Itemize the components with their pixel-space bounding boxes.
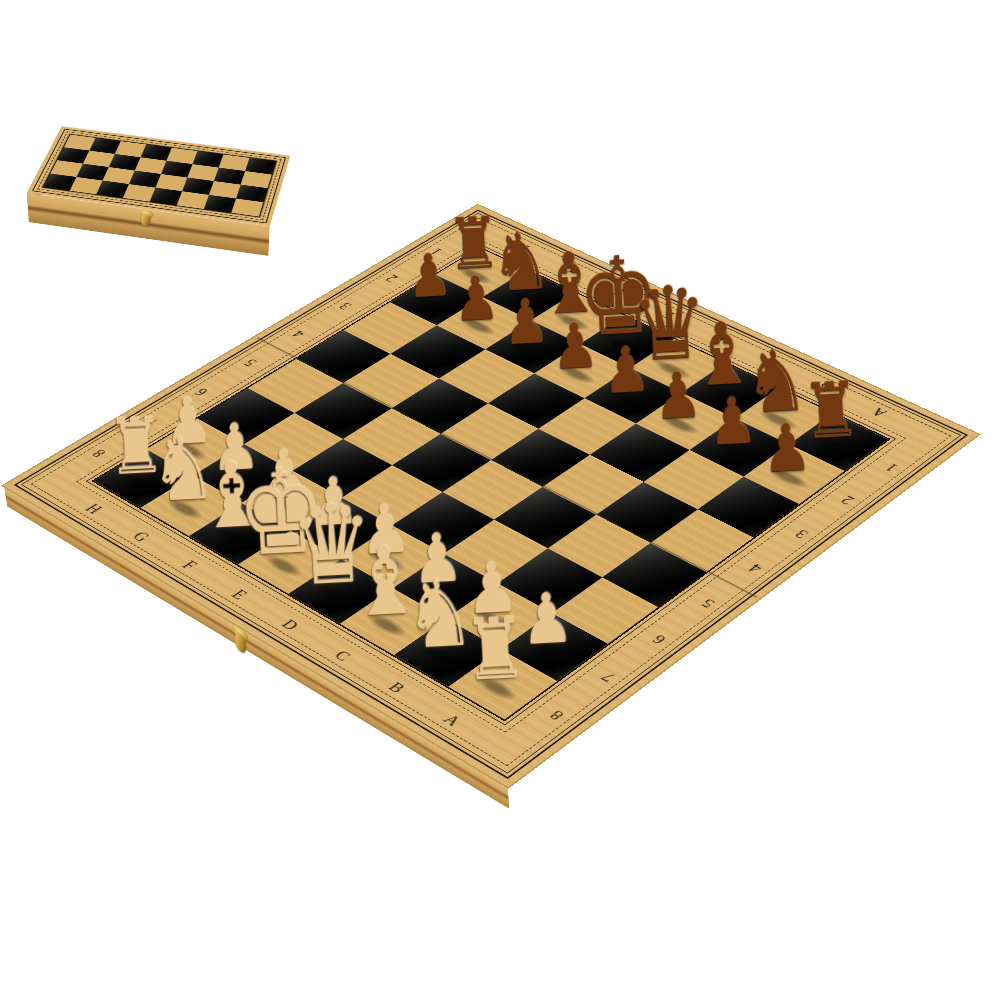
file-label-near-C: C — [330, 648, 355, 664]
rank-label-right-4: 4 — [745, 561, 766, 575]
rank-label-right-6: 6 — [648, 632, 670, 647]
inset-square — [177, 191, 209, 209]
piece-white-rook: ♜ — [461, 607, 528, 694]
piece-white-pawn: ♟ — [519, 583, 575, 655]
rank-label-left-2: 2 — [382, 273, 401, 284]
rank-label-right-7: 7 — [598, 669, 621, 684]
file-label-near-E: E — [227, 587, 251, 602]
inset-square — [76, 164, 108, 181]
inset-square — [236, 185, 268, 203]
piece-black-pawn: ♟ — [550, 314, 600, 378]
file-label-near-H: H — [81, 502, 106, 517]
rank-label-left-3: 3 — [336, 300, 356, 311]
inset-square — [129, 171, 161, 188]
piece-black-pawn: ♟ — [653, 363, 704, 429]
piece-black-pawn: ♟ — [405, 245, 453, 307]
inset-square — [96, 181, 129, 198]
folded-box — [27, 126, 291, 226]
inset-square — [187, 164, 218, 181]
piece-black-pawn: ♟ — [601, 338, 651, 403]
product-photo: ♜♞♝♚♛♝♞♜♟♟♟♟♟♟♟♟♟♟♟♟♟♟♟♟♜♞♝♚♛♝♞♜ HGFEDCB… — [0, 0, 1000, 1000]
rank-label-right-5: 5 — [697, 596, 719, 611]
inset-square — [43, 173, 76, 190]
piece-black-pawn: ♟ — [501, 290, 550, 353]
piece-black-pawn: ♟ — [761, 414, 813, 481]
square-a1: ♜ — [448, 649, 557, 719]
rank-label-right-3: 3 — [792, 527, 813, 541]
piece-black-pawn: ♟ — [706, 388, 758, 455]
rank-label-left-4: 4 — [289, 328, 309, 340]
inset-square — [123, 184, 156, 202]
chess-board: ♜♞♝♚♛♝♞♜♟♟♟♟♟♟♟♟♟♟♟♟♟♟♟♟♜♞♝♚♛♝♞♜ HGFEDCB… — [4, 205, 978, 787]
file-label-near-A: A — [439, 712, 466, 730]
inset-square — [103, 167, 135, 184]
piece-black-pawn: ♟ — [453, 267, 502, 330]
rank-label-right-8: 8 — [546, 707, 569, 723]
folded-box-clasp — [138, 209, 154, 231]
rank-label-left-5: 5 — [241, 357, 261, 369]
inset-square — [50, 160, 83, 177]
inset-square — [150, 188, 182, 206]
inset-square — [70, 177, 103, 194]
file-label-near-D: D — [277, 617, 303, 633]
inset-square — [155, 174, 187, 191]
folded-box-inset — [0, 55, 340, 285]
file-label-near-G: G — [128, 529, 153, 544]
rank-label-right-1: 1 — [882, 461, 902, 474]
board-face: ♜♞♝♚♛♝♞♜♟♟♟♟♟♟♟♟♟♟♟♟♟♟♟♟♜♞♝♚♛♝♞♜ HGFEDCB… — [4, 205, 978, 787]
inset-square — [182, 178, 214, 195]
file-label-near-F: F — [177, 558, 200, 572]
inset-square — [241, 171, 272, 188]
inset-square — [214, 168, 245, 185]
board-field: ♜♞♝♚♛♝♞♜♟♟♟♟♟♟♟♟♟♟♟♟♟♟♟♟♜♞♝♚♛♝♞♜ — [94, 248, 888, 719]
rank-label-right-2: 2 — [837, 493, 858, 506]
clasp-tongue-icon — [141, 214, 151, 227]
file-label-near-B: B — [384, 679, 409, 696]
inset-square — [231, 199, 263, 217]
file-label-far-A: A — [868, 405, 891, 419]
inset-square — [209, 181, 241, 198]
inset-square — [204, 195, 236, 213]
inset-square — [161, 161, 192, 178]
